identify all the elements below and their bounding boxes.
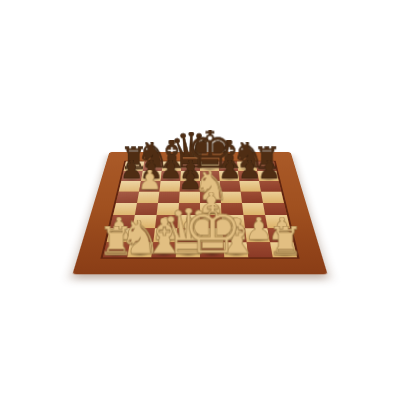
square-e1: ♚	[200, 242, 224, 257]
chess-set-photo: ♜♞♝♛♚♝♞♜♟♟♟♟♟♟♟♟♟♞♟♟♟♟♟♟♟♜♞♝♛♚♝♜	[0, 0, 400, 400]
piece-white-rook: ♜	[267, 226, 302, 257]
square-a5	[116, 192, 139, 203]
square-b1: ♞	[127, 242, 153, 257]
board-frame: ♜♞♝♛♚♝♞♜♟♟♟♟♟♟♟♟♟♞♟♟♟♟♟♟♟♜♞♝♛♚♝♜	[72, 152, 327, 274]
square-b6: ♟	[139, 181, 161, 192]
piece-white-king: ♚	[182, 204, 242, 256]
square-g7: ♟	[238, 171, 259, 181]
square-h6	[259, 181, 281, 192]
chess-board: ♜♞♝♛♚♝♞♜♟♟♟♟♟♟♟♟♟♞♟♟♟♟♟♟♟♜♞♝♛♚♝♜	[100, 161, 299, 259]
square-g5	[241, 192, 263, 203]
piece-white-pawn: ♟	[137, 170, 161, 191]
piece-white-knight: ♞	[118, 220, 160, 257]
square-h7: ♟	[257, 171, 278, 181]
board-3d-wrapper: ♜♞♝♛♚♝♞♜♟♟♟♟♟♟♟♟♟♞♟♟♟♟♟♟♟♜♞♝♛♚♝♜	[72, 152, 327, 274]
square-h5	[261, 192, 284, 203]
square-b5	[137, 192, 159, 203]
square-h1: ♜	[270, 242, 297, 257]
piece-black-pawn: ♟	[257, 160, 280, 180]
square-c6	[159, 181, 180, 192]
